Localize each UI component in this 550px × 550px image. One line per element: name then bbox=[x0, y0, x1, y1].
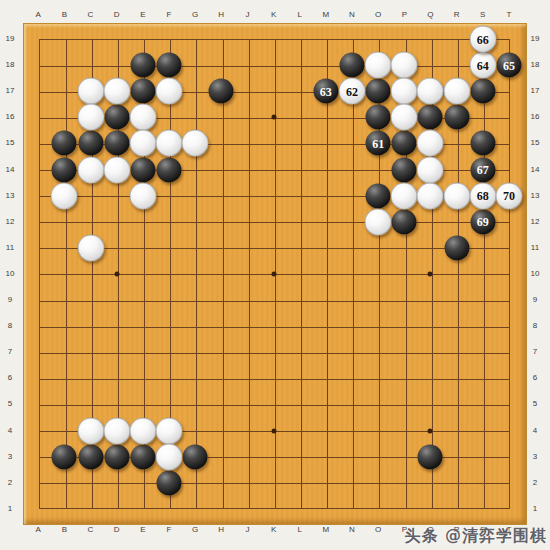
white-stone-F17[interactable] bbox=[155, 78, 182, 105]
col-label-top-Q: Q bbox=[427, 11, 433, 19]
black-stone-R16[interactable] bbox=[444, 105, 469, 130]
row-label-right-3: 3 bbox=[533, 453, 537, 461]
white-stone-E15[interactable] bbox=[129, 130, 156, 157]
star-point-K16 bbox=[271, 115, 276, 120]
white-stone-E13[interactable] bbox=[129, 182, 156, 209]
row-label-left-18: 18 bbox=[6, 61, 15, 69]
white-stone-F4[interactable] bbox=[155, 417, 182, 444]
black-stone-H17[interactable] bbox=[209, 79, 234, 104]
row-label-right-15: 15 bbox=[531, 139, 540, 147]
white-stone-O18[interactable] bbox=[365, 52, 392, 79]
row-label-left-15: 15 bbox=[6, 139, 15, 147]
row-label-left-4: 4 bbox=[8, 427, 12, 435]
white-stone-C16[interactable] bbox=[77, 104, 104, 131]
grid-line-h bbox=[40, 379, 509, 380]
row-label-right-1: 1 bbox=[533, 505, 537, 513]
white-stone-Q15[interactable] bbox=[417, 130, 444, 157]
col-label-top-C: C bbox=[88, 11, 94, 19]
row-label-right-13: 13 bbox=[531, 192, 540, 200]
move-number-61: 61 bbox=[372, 137, 384, 149]
col-label-top-N: N bbox=[349, 11, 355, 19]
white-stone-C11[interactable] bbox=[77, 234, 104, 261]
move-number-67: 67 bbox=[477, 164, 489, 176]
white-stone-S19[interactable]: 66 bbox=[469, 26, 496, 53]
black-stone-D16[interactable] bbox=[104, 105, 129, 130]
col-label-top-O: O bbox=[375, 11, 381, 19]
white-stone-P13[interactable] bbox=[391, 182, 418, 209]
col-label-bottom-A: A bbox=[36, 526, 41, 534]
row-label-left-17: 17 bbox=[6, 87, 15, 95]
black-stone-N18[interactable] bbox=[340, 53, 365, 78]
black-stone-O16[interactable] bbox=[366, 105, 391, 130]
black-stone-S15[interactable] bbox=[470, 131, 495, 156]
row-label-left-2: 2 bbox=[8, 479, 12, 487]
move-number-63: 63 bbox=[320, 85, 332, 97]
move-number-70: 70 bbox=[503, 190, 515, 202]
row-label-right-14: 14 bbox=[531, 166, 540, 174]
white-stone-B13[interactable] bbox=[51, 182, 78, 209]
col-label-bottom-M: M bbox=[323, 526, 330, 534]
row-label-left-19: 19 bbox=[6, 35, 15, 43]
row-label-left-7: 7 bbox=[8, 348, 12, 356]
row-label-left-9: 9 bbox=[8, 296, 12, 304]
col-label-bottom-F: F bbox=[166, 526, 171, 534]
black-stone-O17[interactable] bbox=[366, 79, 391, 104]
star-point-K4 bbox=[271, 428, 276, 433]
grid-line-h bbox=[40, 301, 509, 302]
move-number-64: 64 bbox=[477, 59, 489, 71]
star-point-K10 bbox=[271, 271, 276, 276]
grid-line-v bbox=[353, 40, 354, 508]
col-label-top-L: L bbox=[297, 11, 301, 19]
grid-line-h bbox=[40, 405, 509, 406]
move-number-69: 69 bbox=[477, 216, 489, 228]
white-stone-O12[interactable] bbox=[365, 208, 392, 235]
col-label-top-F: F bbox=[166, 11, 171, 19]
white-stone-P16[interactable] bbox=[391, 104, 418, 131]
white-stone-F15[interactable] bbox=[155, 130, 182, 157]
white-stone-Q14[interactable] bbox=[417, 156, 444, 183]
move-number-66: 66 bbox=[477, 33, 489, 45]
row-label-left-1: 1 bbox=[8, 505, 12, 513]
white-stone-E4[interactable] bbox=[129, 417, 156, 444]
col-label-bottom-L: L bbox=[297, 526, 301, 534]
row-label-right-8: 8 bbox=[533, 322, 537, 330]
black-stone-F14[interactable] bbox=[156, 157, 181, 182]
black-stone-E14[interactable] bbox=[130, 157, 155, 182]
col-label-top-T: T bbox=[506, 11, 511, 19]
row-label-right-5: 5 bbox=[533, 400, 537, 408]
grid-line-v bbox=[484, 40, 485, 508]
star-point-Q4 bbox=[428, 428, 433, 433]
row-label-right-11: 11 bbox=[531, 244, 539, 252]
col-label-top-E: E bbox=[140, 11, 145, 19]
white-stone-S13[interactable]: 68 bbox=[469, 182, 496, 209]
row-label-left-10: 10 bbox=[6, 270, 15, 278]
row-label-left-11: 11 bbox=[6, 244, 14, 252]
black-stone-S12[interactable]: 69 bbox=[470, 209, 495, 234]
black-stone-Q3[interactable] bbox=[418, 444, 443, 469]
row-label-left-8: 8 bbox=[8, 322, 12, 330]
black-stone-E3[interactable] bbox=[130, 444, 155, 469]
white-stone-D17[interactable] bbox=[103, 78, 130, 105]
grid-line-h bbox=[40, 353, 509, 354]
star-point-D10 bbox=[114, 271, 119, 276]
white-stone-R13[interactable] bbox=[443, 182, 470, 209]
col-label-top-H: H bbox=[218, 11, 224, 19]
row-label-left-6: 6 bbox=[8, 374, 12, 382]
col-label-top-P: P bbox=[402, 11, 407, 19]
row-label-left-5: 5 bbox=[8, 400, 12, 408]
black-stone-P15[interactable] bbox=[392, 131, 417, 156]
white-stone-C4[interactable] bbox=[77, 417, 104, 444]
col-label-bottom-K: K bbox=[271, 526, 276, 534]
black-stone-C3[interactable] bbox=[78, 444, 103, 469]
go-diagram: AABBCCDDEEFFGGHHJJKKLLMMNNOOPPQQRRSSTT19… bbox=[0, 0, 550, 550]
white-stone-N17[interactable]: 62 bbox=[339, 78, 366, 105]
black-stone-G3[interactable] bbox=[183, 444, 208, 469]
row-label-right-12: 12 bbox=[531, 218, 540, 226]
col-label-bottom-H: H bbox=[218, 526, 224, 534]
white-stone-F3[interactable] bbox=[155, 443, 182, 470]
black-stone-T18[interactable]: 65 bbox=[496, 53, 521, 78]
col-label-top-K: K bbox=[271, 11, 276, 19]
col-label-top-B: B bbox=[62, 11, 67, 19]
col-label-top-S: S bbox=[480, 11, 485, 19]
white-stone-S18[interactable]: 64 bbox=[469, 52, 496, 79]
col-label-bottom-J: J bbox=[245, 526, 249, 534]
row-label-right-7: 7 bbox=[533, 348, 537, 356]
grid-line-h bbox=[40, 327, 509, 328]
col-label-bottom-G: G bbox=[192, 526, 198, 534]
black-stone-E18[interactable] bbox=[130, 53, 155, 78]
row-label-right-19: 19 bbox=[531, 35, 540, 43]
black-stone-P14[interactable] bbox=[392, 157, 417, 182]
row-label-right-4: 4 bbox=[533, 427, 537, 435]
black-stone-P12[interactable] bbox=[392, 209, 417, 234]
row-label-left-14: 14 bbox=[6, 166, 15, 174]
white-stone-Q13[interactable] bbox=[417, 182, 444, 209]
col-label-bottom-O: O bbox=[375, 526, 381, 534]
row-label-left-16: 16 bbox=[6, 113, 15, 121]
row-label-right-18: 18 bbox=[531, 61, 540, 69]
col-label-bottom-D: D bbox=[114, 526, 120, 534]
move-number-65: 65 bbox=[503, 59, 515, 71]
grid-line-h bbox=[40, 483, 509, 484]
col-label-bottom-B: B bbox=[62, 526, 67, 534]
black-stone-S17[interactable] bbox=[470, 79, 495, 104]
row-label-right-10: 10 bbox=[531, 270, 540, 278]
col-label-bottom-C: C bbox=[88, 526, 94, 534]
star-point-Q10 bbox=[428, 271, 433, 276]
row-label-left-12: 12 bbox=[6, 218, 15, 226]
col-label-bottom-E: E bbox=[140, 526, 145, 534]
move-number-62: 62 bbox=[346, 85, 358, 97]
white-stone-T13[interactable]: 70 bbox=[495, 182, 522, 209]
white-stone-D14[interactable] bbox=[103, 156, 130, 183]
white-stone-R17[interactable] bbox=[443, 78, 470, 105]
black-stone-Q16[interactable] bbox=[418, 105, 443, 130]
white-stone-P18[interactable] bbox=[391, 52, 418, 79]
col-label-top-D: D bbox=[114, 11, 120, 19]
grid-line-v bbox=[301, 40, 302, 508]
white-stone-Q17[interactable] bbox=[417, 78, 444, 105]
row-label-left-3: 3 bbox=[8, 453, 12, 461]
black-stone-C15[interactable] bbox=[78, 131, 103, 156]
row-label-right-2: 2 bbox=[533, 479, 537, 487]
white-stone-P17[interactable] bbox=[391, 78, 418, 105]
row-label-left-13: 13 bbox=[6, 192, 15, 200]
black-stone-R11[interactable] bbox=[444, 235, 469, 260]
white-stone-E16[interactable] bbox=[129, 104, 156, 131]
col-label-top-R: R bbox=[454, 11, 460, 19]
row-label-right-6: 6 bbox=[533, 374, 537, 382]
black-stone-B14[interactable] bbox=[52, 157, 77, 182]
black-stone-M17[interactable]: 63 bbox=[313, 79, 338, 104]
black-stone-O13[interactable] bbox=[366, 183, 391, 208]
black-stone-D15[interactable] bbox=[104, 131, 129, 156]
black-stone-F18[interactable] bbox=[156, 53, 181, 78]
grid-line-v bbox=[327, 40, 328, 508]
black-stone-D3[interactable] bbox=[104, 444, 129, 469]
white-stone-G15[interactable] bbox=[182, 130, 209, 157]
row-label-right-16: 16 bbox=[531, 113, 540, 121]
watermark-text: 头条 @清弈学围棋 bbox=[404, 526, 547, 547]
white-stone-D4[interactable] bbox=[103, 417, 130, 444]
black-stone-B15[interactable] bbox=[52, 131, 77, 156]
white-stone-C14[interactable] bbox=[77, 156, 104, 183]
col-label-top-J: J bbox=[245, 11, 249, 19]
col-label-bottom-N: N bbox=[349, 526, 355, 534]
white-stone-C17[interactable] bbox=[77, 78, 104, 105]
col-label-top-G: G bbox=[192, 11, 198, 19]
move-number-68: 68 bbox=[477, 190, 489, 202]
row-label-right-9: 9 bbox=[533, 296, 537, 304]
black-stone-B3[interactable] bbox=[52, 444, 77, 469]
col-label-top-M: M bbox=[323, 11, 330, 19]
col-label-top-A: A bbox=[36, 11, 41, 19]
row-label-right-17: 17 bbox=[531, 87, 540, 95]
black-stone-S14[interactable]: 67 bbox=[470, 157, 495, 182]
black-stone-E17[interactable] bbox=[130, 79, 155, 104]
black-stone-O15[interactable]: 61 bbox=[366, 131, 391, 156]
black-stone-F2[interactable] bbox=[156, 470, 181, 495]
